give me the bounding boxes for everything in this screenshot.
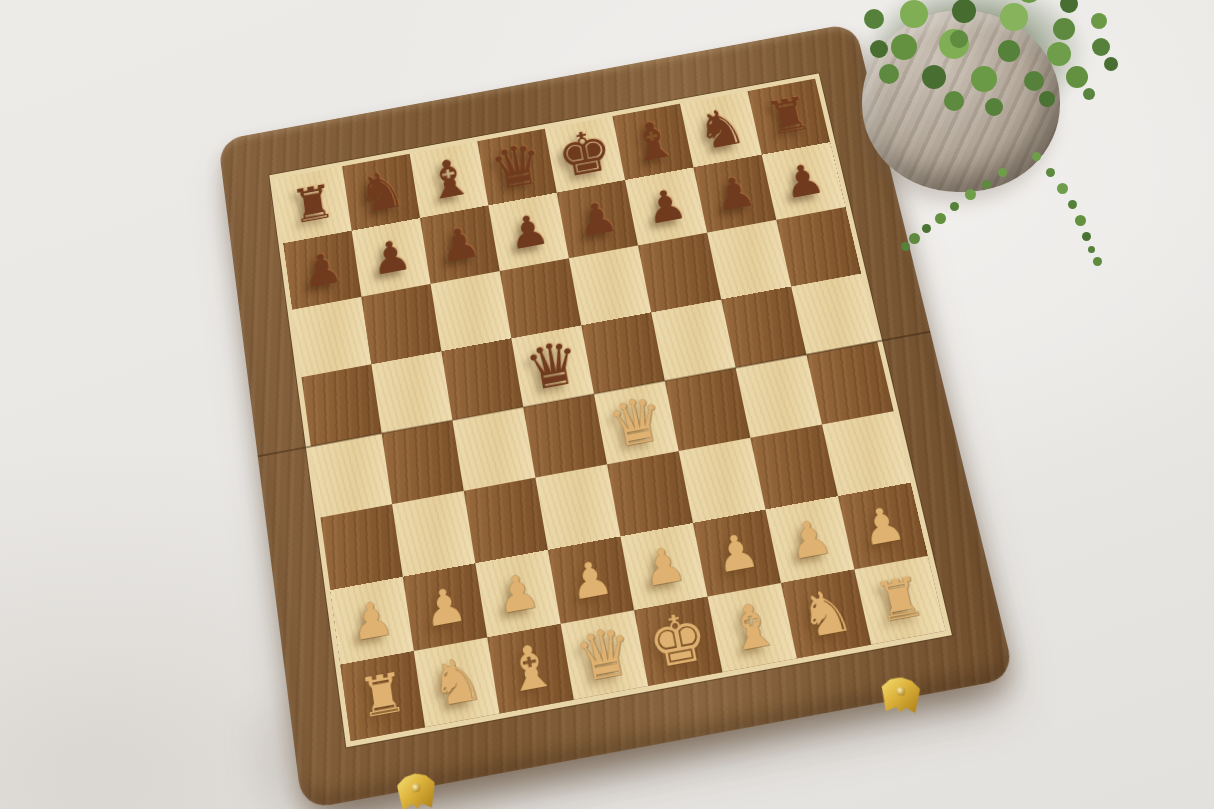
piece-white-knight[interactable]: ♞ [425, 640, 488, 726]
piece-black-pawn[interactable]: ♟ [503, 195, 554, 268]
plant-foliage [950, 30, 968, 48]
piece-black-rook[interactable]: ♜ [287, 169, 339, 242]
square-b1[interactable]: ♞ [414, 637, 500, 727]
piece-black-bishop[interactable]: ♝ [623, 106, 683, 179]
piece-black-pawn[interactable]: ♟ [435, 208, 485, 281]
square-e3[interactable] [607, 451, 693, 536]
square-e4[interactable]: ♛ [594, 381, 679, 464]
piece-white-pawn[interactable]: ♟ [346, 580, 398, 662]
square-c2[interactable]: ♟ [475, 550, 560, 638]
square-a2[interactable]: ♟ [330, 577, 414, 665]
plant-foliage-shadow [860, 0, 1090, 128]
piece-black-pawn[interactable]: ♟ [298, 233, 347, 306]
square-h6[interactable] [776, 207, 861, 286]
chess-board: ♜♞♝♛♚♝♞♜♟♟♟♟♟♟♟♟♛♛♟♟♟♟♟♟♟♟♜♞♝♛♚♝♞♜ [195, 0, 992, 793]
piece-white-queen[interactable]: ♛ [603, 382, 671, 462]
piece-white-pawn[interactable]: ♟ [781, 499, 839, 580]
square-b6[interactable] [361, 284, 441, 364]
piece-black-pawn[interactable]: ♟ [571, 183, 623, 256]
piece-black-pawn[interactable]: ♟ [640, 170, 693, 243]
piece-black-knight[interactable]: ♞ [690, 93, 751, 165]
square-b3[interactable] [392, 491, 475, 577]
square-a6[interactable] [292, 297, 371, 377]
board-perspective-wrap: ♜♞♝♛♚♝♞♜♟♟♟♟♟♟♟♟♛♛♟♟♟♟♟♟♟♟♜♞♝♛♚♝♞♜ [218, 23, 1015, 809]
plant-vine-right [1032, 152, 1041, 161]
piece-black-queen[interactable]: ♛ [520, 327, 586, 406]
square-a3[interactable] [320, 504, 402, 590]
square-d6[interactable] [500, 258, 582, 338]
square-c4[interactable] [452, 407, 535, 491]
piece-white-queen[interactable]: ♛ [569, 612, 639, 698]
piece-white-king[interactable]: ♚ [642, 598, 714, 684]
square-c1[interactable]: ♝ [487, 624, 574, 714]
photo-scene: ♜♞♝♛♚♝♞♜♟♟♟♟♟♟♟♟♛♛♟♟♟♟♟♟♟♟♜♞♝♛♚♝♞♜ [0, 0, 1214, 809]
square-h4[interactable] [806, 342, 893, 425]
square-a1[interactable]: ♜ [340, 651, 425, 741]
square-h7[interactable]: ♟ [762, 142, 846, 220]
piece-black-knight[interactable]: ♞ [352, 156, 409, 229]
piece-white-pawn[interactable]: ♟ [418, 566, 471, 648]
square-e6[interactable] [569, 245, 651, 325]
piece-black-queen[interactable]: ♛ [485, 130, 548, 204]
piece-white-pawn[interactable]: ♟ [563, 539, 618, 621]
square-e7[interactable]: ♟ [557, 180, 638, 258]
piece-white-rook[interactable]: ♜ [868, 558, 932, 642]
piece-black-bishop[interactable]: ♝ [420, 143, 478, 216]
piece-black-king[interactable]: ♚ [552, 118, 618, 192]
brass-latch-right [881, 676, 920, 714]
square-d3[interactable] [535, 464, 620, 549]
piece-black-pawn[interactable]: ♟ [776, 145, 830, 217]
piece-white-bishop[interactable]: ♝ [498, 626, 562, 711]
board-frame: ♜♞♝♛♚♝♞♜♟♟♟♟♟♟♟♟♛♛♟♟♟♟♟♟♟♟♜♞♝♛♚♝♞♜ [218, 23, 1015, 809]
playing-area: ♜♞♝♛♚♝♞♜♟♟♟♟♟♟♟♟♛♛♟♟♟♟♟♟♟♟♜♞♝♛♚♝♞♜ [269, 73, 952, 747]
square-b4[interactable] [382, 420, 464, 504]
piece-white-pawn[interactable]: ♟ [708, 512, 765, 593]
piece-white-rook[interactable]: ♜ [354, 654, 412, 739]
piece-white-knight[interactable]: ♞ [792, 571, 860, 656]
square-b7[interactable]: ♟ [352, 218, 431, 297]
square-d2[interactable]: ♟ [548, 536, 634, 623]
square-a4[interactable] [311, 433, 392, 517]
square-h1[interactable]: ♜ [854, 556, 945, 645]
square-b2[interactable]: ♟ [403, 563, 487, 651]
piece-black-pawn[interactable]: ♟ [366, 221, 416, 294]
piece-white-bishop[interactable]: ♝ [719, 585, 786, 670]
square-c3[interactable] [464, 478, 548, 564]
brass-latch-left [397, 772, 437, 809]
square-h2[interactable]: ♟ [838, 483, 928, 570]
piece-black-rook[interactable]: ♜ [760, 81, 818, 153]
square-c6[interactable] [431, 271, 512, 351]
piece-white-pawn[interactable]: ♟ [853, 485, 912, 566]
piece-white-pawn[interactable]: ♟ [636, 526, 692, 608]
square-h3[interactable] [822, 411, 911, 496]
piece-white-pawn[interactable]: ♟ [491, 553, 545, 635]
plant-vine-left [998, 168, 1007, 177]
square-a7[interactable]: ♟ [283, 231, 361, 310]
square-d4[interactable] [523, 394, 607, 478]
square-d1[interactable]: ♛ [561, 610, 648, 699]
piece-black-pawn[interactable]: ♟ [708, 157, 762, 229]
